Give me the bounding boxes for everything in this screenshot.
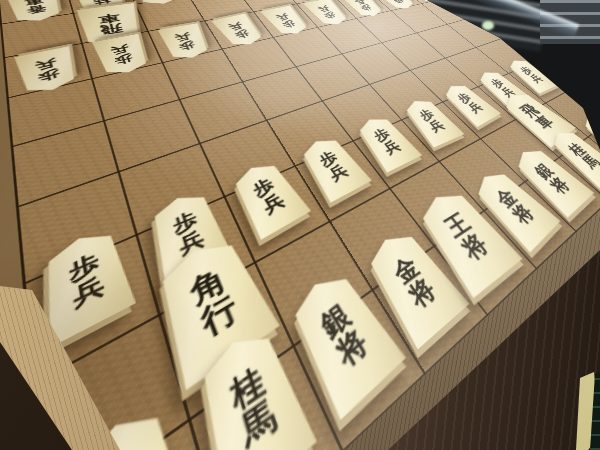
scene: shogi 香車桂馬銀将金将玉将金将銀将桂馬香車飛車角行歩兵歩兵歩兵歩兵歩兵歩兵…	[0, 0, 600, 450]
piece-kanji: 兵	[528, 73, 545, 84]
window-frame	[540, 0, 600, 44]
piece-kanji: 兵	[316, 5, 332, 13]
piece-kanji: 馬	[580, 153, 600, 171]
piece-kanji: 兵	[426, 119, 447, 134]
piece-kanji: 将	[458, 231, 493, 265]
piece-kanji: 兵	[353, 0, 368, 5]
piece-kanji: 兵	[173, 32, 192, 43]
piece-kanji: 将	[509, 201, 537, 227]
piece-kanji: 兵	[274, 13, 291, 22]
piece-kanji: 兵	[466, 101, 485, 115]
piece-kanji: 車	[533, 114, 557, 132]
piece-kanji: 兵	[381, 139, 404, 157]
piece-kanji: 歩	[391, 0, 405, 4]
shogi-board: 香車桂馬銀将金将玉将金将銀将桂馬香車飛車角行歩兵歩兵歩兵歩兵歩兵歩兵歩兵歩兵歩兵…	[0, 0, 600, 450]
piece-kanji: 兵	[326, 163, 351, 184]
piece-kanji: 将	[547, 175, 572, 197]
piece-kanji: 車	[97, 12, 121, 25]
